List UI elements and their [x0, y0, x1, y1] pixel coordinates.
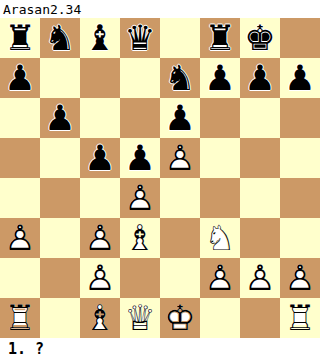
black-rook[interactable]: ♜	[0, 18, 40, 58]
move-prompt: 1. ?	[8, 340, 44, 358]
black-pawn[interactable]: ♟	[120, 138, 160, 178]
square-d1[interactable]: ♛♕	[120, 298, 160, 338]
square-c3[interactable]: ♟♙	[80, 218, 120, 258]
white-pawn[interactable]: ♟♙	[240, 258, 280, 298]
square-a7[interactable]: ♟	[0, 58, 40, 98]
white-pawn[interactable]: ♟♙	[80, 258, 120, 298]
black-pawn[interactable]: ♟	[80, 138, 120, 178]
square-h8[interactable]	[280, 18, 320, 58]
square-c1[interactable]: ♝♗	[80, 298, 120, 338]
piece-outline-layer: ♖	[280, 298, 320, 338]
black-pawn[interactable]: ♟	[0, 58, 40, 98]
square-d8[interactable]: ♛	[120, 18, 160, 58]
square-c5[interactable]: ♟	[80, 138, 120, 178]
square-b1[interactable]	[40, 298, 80, 338]
white-pawn[interactable]: ♟♙	[80, 218, 120, 258]
white-queen[interactable]: ♛♕	[120, 298, 160, 338]
square-d4[interactable]: ♟♙	[120, 178, 160, 218]
square-a3[interactable]: ♟♙	[0, 218, 40, 258]
white-pawn[interactable]: ♟♙	[200, 258, 240, 298]
piece-outline-layer: ♙	[80, 218, 120, 258]
piece-outline-layer: ♙	[280, 258, 320, 298]
square-h3[interactable]	[280, 218, 320, 258]
black-knight[interactable]: ♞	[40, 18, 80, 58]
square-g6[interactable]	[240, 98, 280, 138]
square-a6[interactable]	[0, 98, 40, 138]
square-f8[interactable]: ♜	[200, 18, 240, 58]
square-a2[interactable]	[0, 258, 40, 298]
piece-outline-layer: ♕	[120, 298, 160, 338]
square-e5[interactable]: ♟♙	[160, 138, 200, 178]
square-e4[interactable]	[160, 178, 200, 218]
square-h2[interactable]: ♟♙	[280, 258, 320, 298]
square-e2[interactable]	[160, 258, 200, 298]
square-b4[interactable]	[40, 178, 80, 218]
square-f3[interactable]: ♞♘	[200, 218, 240, 258]
square-f7[interactable]: ♟	[200, 58, 240, 98]
square-b3[interactable]	[40, 218, 80, 258]
square-d6[interactable]	[120, 98, 160, 138]
white-bishop[interactable]: ♝♗	[80, 298, 120, 338]
square-d3[interactable]: ♝♗	[120, 218, 160, 258]
piece-outline-layer: ♙	[160, 138, 200, 178]
square-f5[interactable]	[200, 138, 240, 178]
square-g2[interactable]: ♟♙	[240, 258, 280, 298]
black-pawn[interactable]: ♟	[160, 98, 200, 138]
square-d7[interactable]	[120, 58, 160, 98]
square-f4[interactable]	[200, 178, 240, 218]
black-pawn[interactable]: ♟	[240, 58, 280, 98]
square-c8[interactable]: ♝	[80, 18, 120, 58]
title-bar: Arasan2.34	[0, 0, 320, 18]
piece-outline-layer: ♖	[0, 298, 40, 338]
square-g4[interactable]	[240, 178, 280, 218]
black-bishop[interactable]: ♝	[80, 18, 120, 58]
white-pawn[interactable]: ♟♙	[0, 218, 40, 258]
square-c6[interactable]	[80, 98, 120, 138]
square-b7[interactable]	[40, 58, 80, 98]
square-h1[interactable]: ♜♖	[280, 298, 320, 338]
black-pawn[interactable]: ♟	[280, 58, 320, 98]
square-c7[interactable]	[80, 58, 120, 98]
square-b5[interactable]	[40, 138, 80, 178]
piece-outline-layer: ♙	[120, 178, 160, 218]
piece-outline-layer: ♙	[0, 218, 40, 258]
square-g7[interactable]: ♟	[240, 58, 280, 98]
square-f1[interactable]	[200, 298, 240, 338]
white-pawn[interactable]: ♟♙	[160, 138, 200, 178]
white-rook[interactable]: ♜♖	[280, 298, 320, 338]
white-bishop[interactable]: ♝♗	[120, 218, 160, 258]
status-bar: 1. ?	[0, 338, 320, 360]
white-pawn[interactable]: ♟♙	[280, 258, 320, 298]
square-h6[interactable]	[280, 98, 320, 138]
piece-outline-layer: ♘	[200, 218, 240, 258]
chess-board: ♜♞♝♛♜♚♟♞♟♟♟♟♟♟♟♟♙♟♙♟♙♟♙♝♗♞♘♟♙♟♙♟♙♟♙♜♖♝♗♛…	[0, 18, 320, 338]
square-c4[interactable]	[80, 178, 120, 218]
black-king[interactable]: ♚	[240, 18, 280, 58]
black-pawn[interactable]: ♟	[40, 98, 80, 138]
black-rook[interactable]: ♜	[200, 18, 240, 58]
square-a1[interactable]: ♜♖	[0, 298, 40, 338]
square-b6[interactable]: ♟	[40, 98, 80, 138]
square-h5[interactable]	[280, 138, 320, 178]
piece-outline-layer: ♙	[240, 258, 280, 298]
square-g8[interactable]: ♚	[240, 18, 280, 58]
piece-outline-layer: ♗	[80, 298, 120, 338]
square-f6[interactable]	[200, 98, 240, 138]
square-f2[interactable]: ♟♙	[200, 258, 240, 298]
square-e6[interactable]: ♟	[160, 98, 200, 138]
square-d2[interactable]	[120, 258, 160, 298]
square-g5[interactable]	[240, 138, 280, 178]
square-h4[interactable]	[280, 178, 320, 218]
white-knight[interactable]: ♞♘	[200, 218, 240, 258]
piece-outline-layer: ♗	[120, 218, 160, 258]
app-title: Arasan2.34	[3, 2, 81, 17]
square-b2[interactable]	[40, 258, 80, 298]
square-g3[interactable]	[240, 218, 280, 258]
square-e3[interactable]	[160, 218, 200, 258]
square-a5[interactable]	[0, 138, 40, 178]
square-a8[interactable]: ♜	[0, 18, 40, 58]
white-rook[interactable]: ♜♖	[0, 298, 40, 338]
piece-outline-layer: ♔	[160, 298, 200, 338]
white-king[interactable]: ♚♔	[160, 298, 200, 338]
black-queen[interactable]: ♛	[120, 18, 160, 58]
square-b8[interactable]: ♞	[40, 18, 80, 58]
white-pawn[interactable]: ♟♙	[120, 178, 160, 218]
square-e8[interactable]	[160, 18, 200, 58]
square-e7[interactable]: ♞	[160, 58, 200, 98]
square-h7[interactable]: ♟	[280, 58, 320, 98]
black-knight[interactable]: ♞	[160, 58, 200, 98]
square-d5[interactable]: ♟	[120, 138, 160, 178]
piece-outline-layer: ♙	[80, 258, 120, 298]
square-c2[interactable]: ♟♙	[80, 258, 120, 298]
arasan-window: Arasan2.34 ♜♞♝♛♜♚♟♞♟♟♟♟♟♟♟♟♙♟♙♟♙♟♙♝♗♞♘♟♙…	[0, 0, 320, 360]
piece-outline-layer: ♙	[200, 258, 240, 298]
black-pawn[interactable]: ♟	[200, 58, 240, 98]
square-a4[interactable]	[0, 178, 40, 218]
square-e1[interactable]: ♚♔	[160, 298, 200, 338]
square-g1[interactable]	[240, 298, 280, 338]
